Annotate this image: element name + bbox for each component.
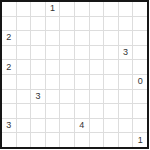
clue-number: 0 <box>138 77 143 86</box>
cell-r6c2[interactable]: 3 <box>31 90 45 104</box>
cell-r5c2[interactable] <box>31 75 45 89</box>
cell-r1c7[interactable] <box>104 17 118 31</box>
cell-r2c5[interactable] <box>75 31 89 45</box>
cell-r8c4[interactable] <box>60 119 74 133</box>
cell-r5c8[interactable] <box>119 75 133 89</box>
cell-r2c2[interactable] <box>31 31 45 45</box>
cell-r4c8[interactable] <box>119 60 133 74</box>
cell-r0c7[interactable] <box>104 2 118 16</box>
cell-r7c9[interactable] <box>133 104 147 118</box>
cell-r9c5[interactable] <box>75 133 89 147</box>
cell-r1c6[interactable] <box>90 17 104 31</box>
cell-r9c1[interactable] <box>17 133 31 147</box>
cell-r5c7[interactable] <box>104 75 118 89</box>
cell-r5c0[interactable] <box>2 75 16 89</box>
clue-number: 2 <box>6 33 11 42</box>
cell-r7c7[interactable] <box>104 104 118 118</box>
cell-r4c1[interactable] <box>17 60 31 74</box>
cell-r0c4[interactable] <box>60 2 74 16</box>
cell-r3c1[interactable] <box>17 46 31 60</box>
cell-r3c3[interactable] <box>46 46 60 60</box>
cell-r4c5[interactable] <box>75 60 89 74</box>
cell-r6c6[interactable] <box>90 90 104 104</box>
cell-r2c9[interactable] <box>133 31 147 45</box>
cell-r1c0[interactable] <box>2 17 16 31</box>
cell-r1c8[interactable] <box>119 17 133 31</box>
cell-r0c8[interactable] <box>119 2 133 16</box>
cell-r8c8[interactable] <box>119 119 133 133</box>
cell-r6c3[interactable] <box>46 90 60 104</box>
cell-r9c9[interactable]: 1 <box>133 133 147 147</box>
cell-r9c4[interactable] <box>60 133 74 147</box>
cell-r5c9[interactable]: 0 <box>133 75 147 89</box>
cell-r6c0[interactable] <box>2 90 16 104</box>
cell-r6c7[interactable] <box>104 90 118 104</box>
cell-r1c3[interactable] <box>46 17 60 31</box>
cell-r0c1[interactable] <box>17 2 31 16</box>
cell-r2c8[interactable] <box>119 31 133 45</box>
cell-r7c6[interactable] <box>90 104 104 118</box>
cell-r1c2[interactable] <box>31 17 45 31</box>
cell-r6c1[interactable] <box>17 90 31 104</box>
cell-r9c6[interactable] <box>90 133 104 147</box>
clue-number: 3 <box>6 121 11 130</box>
cell-r8c3[interactable] <box>46 119 60 133</box>
cell-r3c9[interactable] <box>133 46 147 60</box>
cell-r3c7[interactable] <box>104 46 118 60</box>
cell-r2c3[interactable] <box>46 31 60 45</box>
cell-r0c5[interactable] <box>75 2 89 16</box>
cell-r0c3[interactable]: 1 <box>46 2 60 16</box>
cell-r4c7[interactable] <box>104 60 118 74</box>
clue-number: 4 <box>79 121 84 130</box>
cell-r2c6[interactable] <box>90 31 104 45</box>
cell-r4c3[interactable] <box>46 60 60 74</box>
cell-r5c1[interactable] <box>17 75 31 89</box>
cell-r1c5[interactable] <box>75 17 89 31</box>
clue-number: 3 <box>35 92 40 101</box>
cell-r6c8[interactable] <box>119 90 133 104</box>
cell-r5c5[interactable] <box>75 75 89 89</box>
cell-r3c0[interactable] <box>2 46 16 60</box>
puzzle-board: 123203341 <box>0 0 149 149</box>
cell-r4c4[interactable] <box>60 60 74 74</box>
cell-r7c0[interactable] <box>2 104 16 118</box>
cell-r1c4[interactable] <box>60 17 74 31</box>
cell-r3c2[interactable] <box>31 46 45 60</box>
cell-r9c7[interactable] <box>104 133 118 147</box>
cell-r1c1[interactable] <box>17 17 31 31</box>
cell-r8c0[interactable]: 3 <box>2 119 16 133</box>
cell-r3c8[interactable]: 3 <box>119 46 133 60</box>
cell-r7c3[interactable] <box>46 104 60 118</box>
cell-r6c5[interactable] <box>75 90 89 104</box>
cell-r4c9[interactable] <box>133 60 147 74</box>
cell-r8c2[interactable] <box>31 119 45 133</box>
cell-r6c4[interactable] <box>60 90 74 104</box>
cell-r2c1[interactable] <box>17 31 31 45</box>
cell-r9c8[interactable] <box>119 133 133 147</box>
cell-r6c9[interactable] <box>133 90 147 104</box>
cell-r5c6[interactable] <box>90 75 104 89</box>
cell-r8c5[interactable]: 4 <box>75 119 89 133</box>
cell-r3c5[interactable] <box>75 46 89 60</box>
cell-r7c5[interactable] <box>75 104 89 118</box>
cell-r0c2[interactable] <box>31 2 45 16</box>
cell-r2c0[interactable]: 2 <box>2 31 16 45</box>
cell-r9c2[interactable] <box>31 133 45 147</box>
cell-r2c7[interactable] <box>104 31 118 45</box>
puzzle-board-wrap: 123203341 <box>0 0 150 150</box>
cell-r4c2[interactable] <box>31 60 45 74</box>
cell-r3c6[interactable] <box>90 46 104 60</box>
cell-r9c3[interactable] <box>46 133 60 147</box>
cell-r9c0[interactable] <box>2 133 16 147</box>
cell-r0c9[interactable] <box>133 2 147 16</box>
clue-number: 3 <box>123 48 128 57</box>
cell-r8c9[interactable] <box>133 119 147 133</box>
cell-r1c9[interactable] <box>133 17 147 31</box>
cell-r7c2[interactable] <box>31 104 45 118</box>
cell-r8c1[interactable] <box>17 119 31 133</box>
cell-r8c6[interactable] <box>90 119 104 133</box>
cell-r3c4[interactable] <box>60 46 74 60</box>
clue-number: 2 <box>6 63 11 72</box>
cell-r0c6[interactable] <box>90 2 104 16</box>
clue-number: 1 <box>138 136 143 145</box>
cell-r2c4[interactable] <box>60 31 74 45</box>
cell-r5c4[interactable] <box>60 75 74 89</box>
cell-r7c1[interactable] <box>17 104 31 118</box>
clue-number: 1 <box>50 4 55 13</box>
cell-r4c0[interactable]: 2 <box>2 60 16 74</box>
cell-r7c8[interactable] <box>119 104 133 118</box>
cell-r8c7[interactable] <box>104 119 118 133</box>
cell-r0c0[interactable] <box>2 2 16 16</box>
cell-r4c6[interactable] <box>90 60 104 74</box>
cell-r7c4[interactable] <box>60 104 74 118</box>
cell-r5c3[interactable] <box>46 75 60 89</box>
